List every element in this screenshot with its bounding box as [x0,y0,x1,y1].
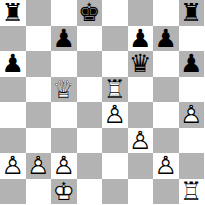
white-king-outline: ♔ [51,179,77,205]
white-rook-outline: ♖ [179,179,205,205]
white-pawn[interactable]: ♟♙ [102,102,128,128]
black-pawn[interactable]: ♟ [128,26,154,52]
black-king[interactable]: ♚ [77,0,103,26]
square-f3[interactable]: ♟♙ [128,128,154,154]
square-a7[interactable] [0,26,26,52]
white-pawn[interactable]: ♟♙ [128,128,154,154]
square-h1[interactable]: ♜♖ [179,179,205,205]
square-d4[interactable] [77,102,103,128]
square-c3[interactable] [51,128,77,154]
white-pawn-outline: ♙ [179,102,205,128]
square-h8[interactable]: ♜ [179,0,205,26]
square-f6[interactable]: ♛ [128,51,154,77]
square-g6[interactable] [153,51,179,77]
square-h3[interactable] [179,128,205,154]
chess-board: ♜♚♜♟♟♟♟♛♟♛♕♜♖♟♙♟♙♟♙♟♙♟♙♟♙♟♙♚♔♜♖ [0,0,204,204]
square-g5[interactable] [153,77,179,103]
white-pawn-outline: ♙ [0,153,26,179]
white-rook[interactable]: ♜♖ [102,77,128,103]
black-rook[interactable]: ♜ [0,0,26,26]
square-f1[interactable] [128,179,154,205]
white-pawn[interactable]: ♟♙ [0,153,26,179]
square-d8[interactable]: ♚ [77,0,103,26]
white-queen-outline: ♕ [51,77,77,103]
square-f5[interactable] [128,77,154,103]
square-h5[interactable] [179,77,205,103]
white-pawn-outline: ♙ [128,128,154,154]
square-h6[interactable]: ♟ [179,51,205,77]
square-e5[interactable]: ♜♖ [102,77,128,103]
square-b6[interactable] [26,51,52,77]
square-d5[interactable] [77,77,103,103]
square-b3[interactable] [26,128,52,154]
black-rook[interactable]: ♜ [179,0,205,26]
square-c5[interactable]: ♛♕ [51,77,77,103]
square-a1[interactable] [0,179,26,205]
square-g2[interactable]: ♟♙ [153,153,179,179]
square-b5[interactable] [26,77,52,103]
square-f7[interactable]: ♟ [128,26,154,52]
square-d2[interactable] [77,153,103,179]
square-c2[interactable]: ♟♙ [51,153,77,179]
square-a2[interactable]: ♟♙ [0,153,26,179]
black-pawn[interactable]: ♟ [51,26,77,52]
square-d3[interactable] [77,128,103,154]
square-d7[interactable] [77,26,103,52]
square-c4[interactable] [51,102,77,128]
square-e6[interactable] [102,51,128,77]
white-rook-outline: ♖ [102,77,128,103]
black-queen[interactable]: ♛ [128,51,154,77]
square-f2[interactable] [128,153,154,179]
white-pawn-outline: ♙ [51,153,77,179]
square-h4[interactable]: ♟♙ [179,102,205,128]
white-pawn-outline: ♙ [26,153,52,179]
black-pawn[interactable]: ♟ [179,51,205,77]
square-h7[interactable] [179,26,205,52]
square-e1[interactable] [102,179,128,205]
black-pawn[interactable]: ♟ [0,51,26,77]
square-b1[interactable] [26,179,52,205]
square-c8[interactable] [51,0,77,26]
square-c6[interactable] [51,51,77,77]
square-g3[interactable] [153,128,179,154]
square-e3[interactable] [102,128,128,154]
square-f4[interactable] [128,102,154,128]
square-a3[interactable] [0,128,26,154]
black-pawn[interactable]: ♟ [153,26,179,52]
square-a6[interactable]: ♟ [0,51,26,77]
square-e4[interactable]: ♟♙ [102,102,128,128]
square-a5[interactable] [0,77,26,103]
white-rook[interactable]: ♜♖ [179,179,205,205]
square-b7[interactable] [26,26,52,52]
square-g4[interactable] [153,102,179,128]
white-pawn[interactable]: ♟♙ [51,153,77,179]
square-d1[interactable] [77,179,103,205]
square-g8[interactable] [153,0,179,26]
white-pawn-outline: ♙ [102,102,128,128]
square-a4[interactable] [0,102,26,128]
square-c7[interactable]: ♟ [51,26,77,52]
square-a8[interactable]: ♜ [0,0,26,26]
square-b8[interactable] [26,0,52,26]
square-f8[interactable] [128,0,154,26]
square-e7[interactable] [102,26,128,52]
square-d6[interactable] [77,51,103,77]
white-pawn[interactable]: ♟♙ [153,153,179,179]
white-pawn[interactable]: ♟♙ [26,153,52,179]
white-pawn[interactable]: ♟♙ [179,102,205,128]
square-b2[interactable]: ♟♙ [26,153,52,179]
white-king[interactable]: ♚♔ [51,179,77,205]
square-e8[interactable] [102,0,128,26]
square-g7[interactable]: ♟ [153,26,179,52]
square-h2[interactable] [179,153,205,179]
white-pawn-outline: ♙ [153,153,179,179]
square-e2[interactable] [102,153,128,179]
square-b4[interactable] [26,102,52,128]
square-c1[interactable]: ♚♔ [51,179,77,205]
square-g1[interactable] [153,179,179,205]
white-queen[interactable]: ♛♕ [51,77,77,103]
